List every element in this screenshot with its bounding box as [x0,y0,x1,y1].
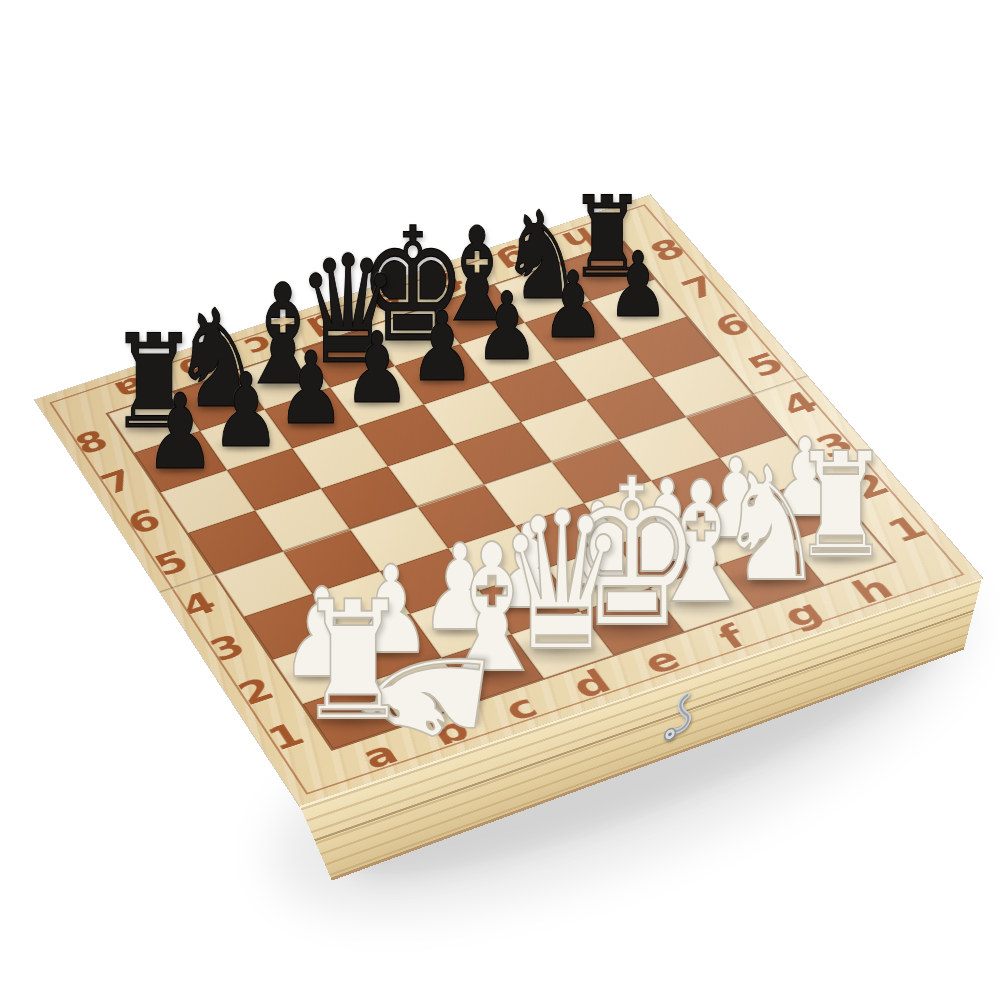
chess-set-photo: aabbccddeeffgghh1122334455667788 ♜♞♝♛♚♝♞… [0,0,1000,1000]
piece-black-pawn-f7[interactable]: ♟ [475,280,539,374]
piece-black-pawn-e7[interactable]: ♟ [409,300,475,396]
piece-black-pawn-d7[interactable]: ♟ [343,320,410,418]
piece-black-pawn-g7[interactable]: ♟ [541,260,604,352]
piece-black-pawn-h7[interactable]: ♟ [607,240,669,330]
clasp-hook-icon [657,686,703,753]
piece-black-pawn-c7[interactable]: ♟ [277,340,345,440]
piece-black-pawn-b7[interactable]: ♟ [211,360,281,462]
piece-black-pawn-a7[interactable]: ♟ [145,380,216,484]
piece-white-rook-a1[interactable]: ♜ [296,580,409,745]
